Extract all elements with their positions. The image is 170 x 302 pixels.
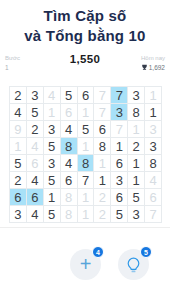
grid-cell-r4c9[interactable]: 3 <box>145 138 162 155</box>
grid-cell-r5c6: 1 <box>94 155 111 172</box>
grid-cell-r8c2[interactable]: 4 <box>27 206 44 223</box>
grid-cell-r8c1[interactable]: 3 <box>10 206 27 223</box>
moves-value: 1 <box>5 64 20 71</box>
hint-button[interactable]: 5 <box>118 249 149 280</box>
grid-cell-r7c4: 8 <box>61 189 78 206</box>
title-line1: Tìm Cặp số <box>0 6 170 26</box>
grid-cell-r8c6: 2 <box>94 206 111 223</box>
grid-cell-r1c7[interactable]: 7 <box>111 87 128 104</box>
grid-cell-r8c8[interactable]: 3 <box>128 206 145 223</box>
plus-icon: + <box>80 254 92 274</box>
grid-cell-r3c7: 7 <box>111 121 128 138</box>
grid-cell-r2c4: 6 <box>61 104 78 121</box>
trophy-icon <box>141 64 148 71</box>
grid-cell-r8c7[interactable]: 5 <box>111 206 128 223</box>
grid-cell-r3c9: 3 <box>145 121 162 138</box>
grid-cell-r3c1: 9 <box>10 121 27 138</box>
grid-cell-r6c9: 4 <box>145 172 162 189</box>
grid-cell-r1c1[interactable]: 2 <box>10 87 27 104</box>
grid-cell-r1c2[interactable]: 3 <box>27 87 44 104</box>
grid-cell-r1c3: 4 <box>44 87 61 104</box>
grid-cell-r5c2: 6 <box>27 155 44 172</box>
today-best: 1,692 <box>141 64 165 71</box>
grid-cell-r1c8[interactable]: 3 <box>128 87 145 104</box>
grid-cell-r2c6: 7 <box>94 104 111 121</box>
grid-cell-r7c2[interactable]: 6 <box>27 189 44 206</box>
grid-cell-r3c3[interactable]: 3 <box>44 121 61 138</box>
grid-cell-r2c2[interactable]: 5 <box>27 104 44 121</box>
grid-cell-r5c5[interactable]: 8 <box>78 155 95 172</box>
grid-cell-r6c4[interactable]: 6 <box>61 172 78 189</box>
grid-cell-r8c3[interactable]: 5 <box>44 206 61 223</box>
page-title: Tìm Cặp số và Tổng bằng 10 <box>0 6 170 46</box>
grid-cell-r8c9: 7 <box>145 206 162 223</box>
grid-cell-r4c5: 1 <box>78 138 95 155</box>
grid-cell-r6c3[interactable]: 5 <box>44 172 61 189</box>
grid-cell-r3c6[interactable]: 6 <box>94 121 111 138</box>
grid-cell-r5c4[interactable]: 4 <box>61 155 78 172</box>
today-stat: Hôm nay 1,692 <box>141 55 165 71</box>
grid-cell-r2c9[interactable]: 1 <box>145 104 162 121</box>
grid-cell-r6c5[interactable]: 7 <box>78 172 95 189</box>
grid-cell-r2c5: 1 <box>78 104 95 121</box>
grid-cell-r2c3: 1 <box>44 104 61 121</box>
grid-cell-r6c6[interactable]: 1 <box>94 172 111 189</box>
grid-cell-r2c8[interactable]: 8 <box>128 104 145 121</box>
grid-cell-r7c3[interactable]: 1 <box>44 189 61 206</box>
grid-cell-r5c1[interactable]: 5 <box>10 155 27 172</box>
grid-cell-r5c8[interactable]: 1 <box>128 155 145 172</box>
grid-cell-r4c8[interactable]: 2 <box>128 138 145 155</box>
grid-cell-r2c7[interactable]: 3 <box>111 104 128 121</box>
grid-cell-r5c7[interactable]: 6 <box>111 155 128 172</box>
grid-cell-r3c2[interactable]: 2 <box>27 121 44 138</box>
hint-button-badge: 5 <box>140 246 152 258</box>
grid-cell-r3c4[interactable]: 4 <box>61 121 78 138</box>
grid-cell-r5c3[interactable]: 3 <box>44 155 61 172</box>
grid-cell-r2c1[interactable]: 4 <box>10 104 27 121</box>
stats-bar: Bước 1 1,550 Hôm nay 1,692 <box>0 53 170 83</box>
grid-cell-r4c2: 4 <box>27 138 44 155</box>
grid-cell-r3c8: 1 <box>128 121 145 138</box>
grid-cell-r7c7[interactable]: 6 <box>111 189 128 206</box>
grid-cell-r8c4: 8 <box>61 206 78 223</box>
grid-cell-r4c7[interactable]: 1 <box>111 138 128 155</box>
today-label: Hôm nay <box>141 55 165 61</box>
grid-cell-r4c6[interactable]: 8 <box>94 138 111 155</box>
grid-cell-r7c6: 2 <box>94 189 111 206</box>
grid-cell-r1c5[interactable]: 6 <box>78 87 95 104</box>
add-button-badge: 4 <box>92 246 104 258</box>
number-match-app: Tìm Cặp số và Tổng bằng 10 Bước 1 1,550 … <box>0 0 170 302</box>
grid-cell-r7c5: 1 <box>78 189 95 206</box>
grid-cell-r4c1: 1 <box>10 138 27 155</box>
today-best-value: 1,692 <box>149 64 165 71</box>
grid-cell-r7c1[interactable]: 6 <box>10 189 27 206</box>
grid-cell-r7c9: 6 <box>145 189 162 206</box>
grid-cell-r6c2[interactable]: 4 <box>27 172 44 189</box>
grid-cell-r6c1[interactable]: 2 <box>10 172 27 189</box>
lightbulb-icon <box>126 257 141 274</box>
grid-cell-r1c4[interactable]: 5 <box>61 87 78 104</box>
grid-cell-r8c5: 1 <box>78 206 95 223</box>
grid-cell-r1c9: 1 <box>145 87 162 104</box>
grid-cell-r3c5[interactable]: 5 <box>78 121 95 138</box>
grid-cell-r4c4[interactable]: 8 <box>61 138 78 155</box>
grid-cell-r4c3[interactable]: 5 <box>44 138 61 155</box>
board-grid: 2345677314516173819234567131458181235634… <box>9 86 162 223</box>
add-numbers-button[interactable]: + 4 <box>70 249 101 280</box>
title-line2: và Tổng bằng 10 <box>0 26 170 46</box>
grid-cell-r7c8[interactable]: 5 <box>128 189 145 206</box>
grid-cell-r6c8[interactable]: 1 <box>128 172 145 189</box>
grid-cell-r6c7[interactable]: 3 <box>111 172 128 189</box>
grid-cell-r5c9[interactable]: 8 <box>145 155 162 172</box>
grid-cell-r1c6: 7 <box>94 87 111 104</box>
section-divider <box>0 227 170 228</box>
